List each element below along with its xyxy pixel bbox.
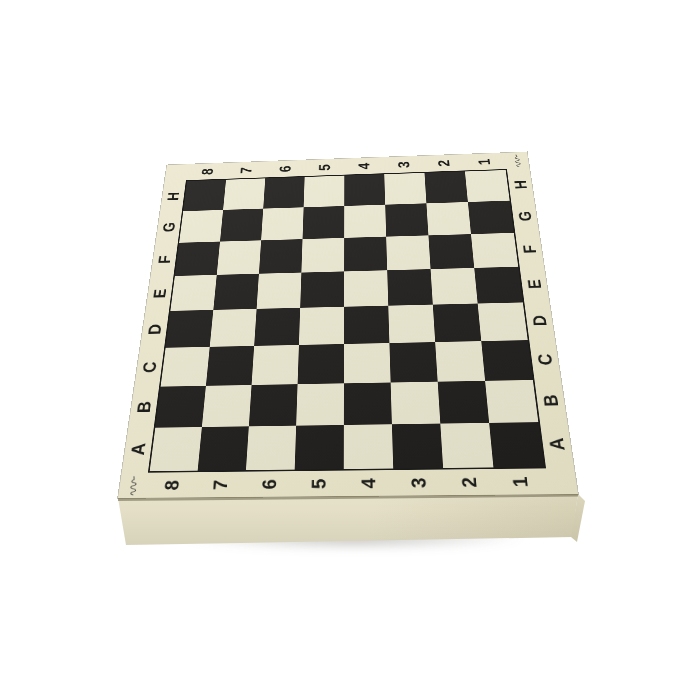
square-d1[interactable] xyxy=(478,302,528,341)
square-b6[interactable] xyxy=(249,384,298,426)
square-d6[interactable] xyxy=(254,308,300,346)
square-b5[interactable] xyxy=(296,383,344,425)
file-label-left-E: E xyxy=(151,289,169,299)
square-e3[interactable] xyxy=(387,269,433,306)
square-c1[interactable] xyxy=(481,340,533,381)
square-f1[interactable] xyxy=(471,233,518,268)
square-a3[interactable] xyxy=(392,424,443,469)
square-d8[interactable] xyxy=(166,310,214,348)
file-label-right-G: G xyxy=(516,211,534,222)
file-label-left-F: F xyxy=(156,255,174,264)
square-e1[interactable] xyxy=(474,267,523,304)
square-g8[interactable] xyxy=(179,210,223,243)
square-h5[interactable] xyxy=(304,176,345,208)
square-d2[interactable] xyxy=(433,304,481,343)
square-f2[interactable] xyxy=(428,234,474,269)
square-a5[interactable] xyxy=(295,425,344,470)
square-b8[interactable] xyxy=(155,386,206,428)
square-b2[interactable] xyxy=(438,381,489,424)
square-f3[interactable] xyxy=(386,235,430,270)
square-d5[interactable] xyxy=(299,307,344,345)
square-b1[interactable] xyxy=(485,380,538,423)
rank-label-top-6: 6 xyxy=(277,165,293,172)
rank-label-bottom-3: 3 xyxy=(409,477,430,488)
rank-label-top-5: 5 xyxy=(317,164,333,171)
rank-label-top-1: 1 xyxy=(476,158,493,165)
rank-label-bottom-5: 5 xyxy=(309,478,329,488)
file-label-left-C: C xyxy=(140,361,159,373)
rank-label-top-4: 4 xyxy=(356,162,372,169)
photo-stage: 8877665544332211HHGGFFEEDDCCBBAA xyxy=(0,0,700,700)
square-a1[interactable] xyxy=(489,422,544,467)
square-f8[interactable] xyxy=(175,242,220,276)
square-e5[interactable] xyxy=(300,271,344,307)
file-label-left-G: G xyxy=(160,222,177,232)
square-c7[interactable] xyxy=(206,346,254,386)
square-g7[interactable] xyxy=(220,209,263,242)
square-d7[interactable] xyxy=(210,309,257,347)
square-c5[interactable] xyxy=(298,344,344,384)
rank-label-bottom-6: 6 xyxy=(259,479,279,489)
square-h4[interactable] xyxy=(344,174,385,206)
square-e8[interactable] xyxy=(170,275,216,311)
square-a8[interactable] xyxy=(150,427,202,471)
script-logo-bottom-left-icon xyxy=(124,475,141,495)
square-a4[interactable] xyxy=(344,424,393,469)
file-label-left-H: H xyxy=(165,192,182,201)
square-a7[interactable] xyxy=(198,426,249,470)
square-h7[interactable] xyxy=(223,178,265,210)
square-c6[interactable] xyxy=(252,345,299,385)
square-h8[interactable] xyxy=(183,180,226,211)
square-h1[interactable] xyxy=(465,170,510,202)
square-g6[interactable] xyxy=(261,207,303,240)
square-a6[interactable] xyxy=(246,426,296,470)
square-e4[interactable] xyxy=(344,270,388,306)
square-b4[interactable] xyxy=(344,383,392,425)
square-f5[interactable] xyxy=(301,238,344,273)
file-label-right-C: C xyxy=(535,354,556,366)
file-label-left-B: B xyxy=(134,401,154,413)
file-label-left-A: A xyxy=(128,443,149,456)
square-f4[interactable] xyxy=(344,237,387,272)
square-f7[interactable] xyxy=(217,240,261,275)
square-g1[interactable] xyxy=(468,201,514,234)
square-a2[interactable] xyxy=(440,423,493,468)
square-e7[interactable] xyxy=(213,274,259,310)
square-c4[interactable] xyxy=(344,343,391,383)
square-e2[interactable] xyxy=(431,268,478,305)
board-grid xyxy=(148,169,546,473)
square-d4[interactable] xyxy=(344,306,389,344)
square-h3[interactable] xyxy=(384,173,426,205)
square-g5[interactable] xyxy=(303,206,345,239)
square-f6[interactable] xyxy=(259,239,303,274)
rank-label-bottom-4: 4 xyxy=(359,478,379,489)
square-g3[interactable] xyxy=(385,203,428,236)
square-g4[interactable] xyxy=(344,205,386,238)
file-label-right-A: A xyxy=(546,437,568,450)
square-b3[interactable] xyxy=(391,382,441,425)
file-label-right-D: D xyxy=(529,315,549,326)
file-label-left-D: D xyxy=(145,324,164,335)
rank-label-top-8: 8 xyxy=(199,168,215,175)
square-d3[interactable] xyxy=(388,305,435,343)
square-g2[interactable] xyxy=(426,202,471,235)
file-label-right-H: H xyxy=(512,180,530,189)
file-label-right-E: E xyxy=(525,279,544,289)
file-label-right-B: B xyxy=(540,394,561,407)
rank-label-bottom-2: 2 xyxy=(459,477,480,488)
rank-label-bottom-1: 1 xyxy=(510,476,532,487)
square-e6[interactable] xyxy=(257,273,302,309)
rank-label-top-3: 3 xyxy=(396,161,412,168)
square-h6[interactable] xyxy=(263,177,304,209)
rank-label-top-2: 2 xyxy=(436,159,453,166)
chess-board: 8877665544332211HHGGFFEEDDCCBBAA xyxy=(118,152,578,498)
rank-label-bottom-8: 8 xyxy=(162,480,183,490)
square-h2[interactable] xyxy=(424,171,467,203)
rank-label-top-7: 7 xyxy=(238,167,254,174)
script-logo-top-right-icon xyxy=(510,154,524,167)
square-c2[interactable] xyxy=(435,341,485,382)
rank-label-bottom-7: 7 xyxy=(210,479,230,489)
square-b7[interactable] xyxy=(202,385,252,427)
square-c8[interactable] xyxy=(161,347,210,387)
square-c3[interactable] xyxy=(389,342,437,382)
file-label-right-F: F xyxy=(520,245,539,254)
